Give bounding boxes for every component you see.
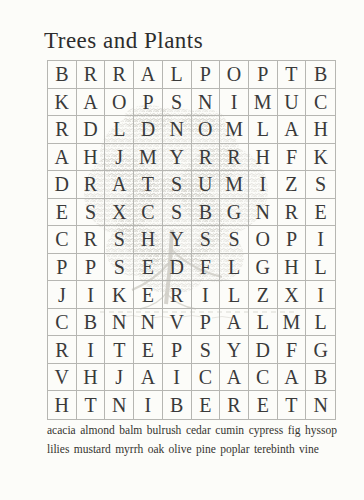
grid-cell[interactable]: L: [306, 254, 335, 282]
grid-cell[interactable]: N: [105, 391, 134, 419]
grid-cell[interactable]: P: [192, 61, 221, 89]
grid-cell[interactable]: A: [278, 116, 307, 144]
grid-cell[interactable]: A: [134, 364, 163, 392]
grid-cell[interactable]: P: [77, 254, 106, 282]
word-list-item: pine: [196, 443, 216, 455]
grid-cell[interactable]: S: [192, 226, 221, 254]
grid-cell[interactable]: R: [77, 226, 106, 254]
grid-cell[interactable]: H: [77, 364, 106, 392]
word-list-item: bulrush: [147, 424, 182, 436]
grid-cell[interactable]: H: [77, 144, 106, 172]
word-list-line-1: acaciaalmondbalmbulrushcedarcumincypress…: [47, 424, 337, 436]
grid-cell[interactable]: R: [220, 391, 249, 419]
grid-cell[interactable]: L: [220, 281, 249, 309]
grid-cell[interactable]: O: [192, 116, 221, 144]
grid-cell[interactable]: S: [192, 336, 221, 364]
grid-cell[interactable]: P: [278, 226, 307, 254]
word-list-item: vine: [299, 443, 319, 455]
grid-cell[interactable]: B: [163, 391, 192, 419]
grid-cell[interactable]: N: [134, 309, 163, 337]
grid-cell[interactable]: E: [306, 199, 335, 227]
grid-cell[interactable]: J: [105, 364, 134, 392]
grid-cell[interactable]: A: [105, 171, 134, 199]
grid-cell[interactable]: A: [48, 144, 77, 172]
grid-cell[interactable]: I: [77, 336, 106, 364]
grid-cell[interactable]: O: [105, 89, 134, 117]
grid-cell[interactable]: I: [163, 364, 192, 392]
grid-cell[interactable]: R: [105, 61, 134, 89]
word-list-item: fig: [288, 424, 301, 436]
grid-cell[interactable]: H: [134, 226, 163, 254]
grid-cell[interactable]: F: [278, 336, 307, 364]
grid-cell[interactable]: I: [306, 281, 335, 309]
word-list-item: balm: [119, 424, 142, 436]
grid-cell[interactable]: U: [278, 89, 307, 117]
grid-cell[interactable]: E: [134, 254, 163, 282]
grid-cell[interactable]: B: [306, 364, 335, 392]
grid-cell[interactable]: T: [77, 391, 106, 419]
page-title: Trees and Plants: [44, 28, 203, 54]
grid-cell[interactable]: R: [77, 171, 106, 199]
word-list-item: almond: [80, 424, 115, 436]
grid-cell[interactable]: C: [192, 364, 221, 392]
grid-cell[interactable]: D: [77, 116, 106, 144]
grid-cell[interactable]: K: [105, 281, 134, 309]
grid-cell[interactable]: L: [163, 61, 192, 89]
grid-cell[interactable]: I: [77, 281, 106, 309]
grid-cell[interactable]: S: [306, 171, 335, 199]
grid-cell[interactable]: C: [134, 199, 163, 227]
grid-cell[interactable]: G: [220, 199, 249, 227]
grid-cell[interactable]: V: [48, 364, 77, 392]
grid-cell[interactable]: X: [278, 281, 307, 309]
grid-cell[interactable]: L: [306, 309, 335, 337]
grid-cell[interactable]: H: [249, 144, 278, 172]
grid-cell[interactable]: R: [220, 144, 249, 172]
grid-cell[interactable]: A: [134, 61, 163, 89]
word-list-item: terebinth: [254, 443, 295, 455]
grid-cell[interactable]: K: [48, 89, 77, 117]
word-list-item: cedar: [186, 424, 211, 436]
word-search-grid: BRRALPOPTBKAOPSNIMUCRDLDNOMLAHAHJMYRRHFK…: [47, 60, 336, 420]
grid-cell[interactable]: P: [163, 336, 192, 364]
grid-cell[interactable]: S: [163, 89, 192, 117]
grid-cell[interactable]: N: [249, 199, 278, 227]
grid-cell[interactable]: N: [163, 116, 192, 144]
grid-cell[interactable]: E: [134, 336, 163, 364]
puzzle-page: Trees and Plants: [0, 0, 364, 500]
grid-cell[interactable]: V: [163, 309, 192, 337]
grid-cell[interactable]: Z: [278, 171, 307, 199]
grid-cell[interactable]: B: [306, 61, 335, 89]
grid-cell[interactable]: M: [278, 309, 307, 337]
grid-cell[interactable]: B: [77, 309, 106, 337]
grid-cell[interactable]: M: [134, 144, 163, 172]
grid-cell[interactable]: M: [220, 116, 249, 144]
grid-cell[interactable]: N: [105, 309, 134, 337]
grid-cell[interactable]: R: [48, 336, 77, 364]
grid-cell[interactable]: D: [249, 336, 278, 364]
grid-cell[interactable]: E: [134, 281, 163, 309]
grid-cell[interactable]: J: [48, 281, 77, 309]
grid-cell[interactable]: L: [105, 116, 134, 144]
grid-cell[interactable]: I: [306, 226, 335, 254]
grid-cell[interactable]: I: [134, 391, 163, 419]
grid-cell[interactable]: L: [249, 116, 278, 144]
grid-cell[interactable]: R: [278, 199, 307, 227]
grid-cell[interactable]: H: [278, 254, 307, 282]
grid-cell[interactable]: A: [220, 364, 249, 392]
grid-cell[interactable]: S: [105, 254, 134, 282]
grid-cell[interactable]: L: [220, 254, 249, 282]
grid-cell[interactable]: R: [77, 61, 106, 89]
grid-cell[interactable]: U: [192, 171, 221, 199]
grid-cell[interactable]: B: [48, 61, 77, 89]
grid-cell[interactable]: D: [163, 254, 192, 282]
grid-cell[interactable]: B: [192, 199, 221, 227]
word-list-item: cumin: [215, 424, 244, 436]
grid-cell[interactable]: G: [306, 336, 335, 364]
grid-cell[interactable]: T: [278, 61, 307, 89]
grid-cell[interactable]: K: [306, 144, 335, 172]
word-list-line-2: liliesmustardmyrrhoakolivepinepoplartere…: [47, 443, 319, 455]
word-list-item: hyssop: [305, 424, 337, 436]
grid-cell[interactable]: P: [134, 89, 163, 117]
grid-cell[interactable]: N: [306, 391, 335, 419]
word-list-item: acacia: [47, 424, 76, 436]
grid-cell[interactable]: S: [163, 171, 192, 199]
grid-cell[interactable]: Y: [163, 226, 192, 254]
grid-cell[interactable]: R: [48, 116, 77, 144]
grid-cell[interactable]: C: [48, 226, 77, 254]
grid-cell[interactable]: P: [249, 61, 278, 89]
grid-cell[interactable]: R: [192, 144, 221, 172]
grid-cell[interactable]: R: [163, 281, 192, 309]
grid-cell[interactable]: S: [163, 199, 192, 227]
grid-cell[interactable]: X: [105, 199, 134, 227]
word-list-item: olive: [169, 443, 192, 455]
grid-cell[interactable]: I: [192, 281, 221, 309]
word-list-item: myrrh: [115, 443, 143, 455]
grid-cell[interactable]: E: [48, 199, 77, 227]
grid-cell[interactable]: M: [249, 89, 278, 117]
grid-cell[interactable]: H: [48, 391, 77, 419]
grid-cell[interactable]: C: [249, 364, 278, 392]
word-list-item: oak: [148, 443, 165, 455]
grid-cell[interactable]: I: [249, 171, 278, 199]
grid-cell[interactable]: Z: [249, 281, 278, 309]
word-list-item: cypress: [249, 424, 284, 436]
grid-cell[interactable]: C: [306, 89, 335, 117]
grid-cell[interactable]: E: [249, 391, 278, 419]
grid-cell[interactable]: M: [220, 171, 249, 199]
grid-cell[interactable]: I: [220, 89, 249, 117]
grid-cell[interactable]: S: [105, 226, 134, 254]
grid-cell[interactable]: D: [48, 171, 77, 199]
grid-cell[interactable]: L: [249, 309, 278, 337]
grid-cell[interactable]: T: [134, 171, 163, 199]
grid-cell[interactable]: G: [249, 254, 278, 282]
grid-cell[interactable]: J: [105, 144, 134, 172]
grid-cell[interactable]: C: [48, 309, 77, 337]
grid-cell[interactable]: Y: [163, 144, 192, 172]
grid-cell[interactable]: P: [48, 254, 77, 282]
grid-cell[interactable]: S: [220, 226, 249, 254]
grid-cell[interactable]: T: [278, 391, 307, 419]
word-list-item: lilies: [47, 443, 69, 455]
word-list-item: poplar: [220, 443, 249, 455]
grid-cell[interactable]: O: [249, 226, 278, 254]
word-list-item: mustard: [74, 443, 111, 455]
grid-cell[interactable]: Y: [220, 336, 249, 364]
grid-cell[interactable]: F: [192, 254, 221, 282]
grid-cell[interactable]: E: [192, 391, 221, 419]
grid-cell[interactable]: A: [220, 309, 249, 337]
grid-cell[interactable]: D: [134, 116, 163, 144]
grid-cell[interactable]: H: [306, 116, 335, 144]
grid-cell[interactable]: P: [192, 309, 221, 337]
grid-cell[interactable]: A: [278, 364, 307, 392]
grid-cell[interactable]: S: [77, 199, 106, 227]
grid-cell[interactable]: T: [105, 336, 134, 364]
grid-cell[interactable]: F: [278, 144, 307, 172]
grid-cell[interactable]: O: [220, 61, 249, 89]
grid-cell[interactable]: N: [192, 89, 221, 117]
grid-cell[interactable]: A: [77, 89, 106, 117]
